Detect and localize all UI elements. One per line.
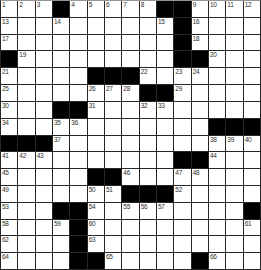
cell-r7c7[interactable] xyxy=(105,102,121,118)
cell-r12c12[interactable] xyxy=(192,186,208,202)
clue-number-11: 11 xyxy=(227,1,233,8)
clue-number-55: 55 xyxy=(123,203,130,210)
cell-r2c1[interactable]: 13 xyxy=(1,18,17,34)
cell-r9c7[interactable] xyxy=(105,136,121,152)
cell-r12c1[interactable]: 49 xyxy=(1,186,17,202)
cell-r15c12[interactable] xyxy=(192,236,208,252)
cell-r6c14[interactable] xyxy=(226,85,242,101)
block-r5c6 xyxy=(88,68,104,84)
block-r13c5 xyxy=(70,203,86,219)
clue-number-65: 65 xyxy=(106,253,113,260)
cell-r4c5[interactable] xyxy=(70,51,86,67)
cell-r14c9[interactable] xyxy=(140,220,156,236)
clue-number-47: 47 xyxy=(175,169,182,176)
cell-r8c3[interactable] xyxy=(36,119,52,135)
clue-number-30: 30 xyxy=(2,102,9,109)
cell-r6c13[interactable] xyxy=(209,85,225,101)
cell-r3c10[interactable] xyxy=(157,35,173,51)
cell-r13c2[interactable] xyxy=(18,203,34,219)
cell-r16c15[interactable] xyxy=(244,253,260,269)
clue-number-52: 52 xyxy=(175,186,182,193)
clue-number-13: 13 xyxy=(2,18,9,25)
block-r16c12 xyxy=(192,253,208,269)
cell-r6c12[interactable] xyxy=(192,85,208,101)
cell-r7c12[interactable] xyxy=(192,102,208,118)
block-r2c11 xyxy=(174,18,190,34)
cell-r8c1[interactable]: 34 xyxy=(1,119,17,135)
block-r11c7 xyxy=(105,169,121,185)
clue-number-31: 31 xyxy=(89,102,96,109)
block-r6c9 xyxy=(140,85,156,101)
cell-r15c13[interactable] xyxy=(209,236,225,252)
clue-number-42: 42 xyxy=(19,152,26,159)
block-r5c7 xyxy=(105,68,121,84)
cell-r3c13[interactable] xyxy=(209,35,225,51)
clue-number-7: 7 xyxy=(123,1,126,8)
cell-r4c4[interactable] xyxy=(53,51,69,67)
cell-r14c1[interactable]: 58 xyxy=(1,220,17,236)
cell-r3c8[interactable] xyxy=(122,35,138,51)
clue-number-18: 18 xyxy=(193,35,200,42)
cell-r13c11[interactable] xyxy=(174,203,190,219)
cell-r14c13[interactable] xyxy=(209,220,225,236)
cell-r7c3[interactable] xyxy=(36,102,52,118)
cell-r3c1[interactable]: 17 xyxy=(1,35,17,51)
cell-r12c2[interactable] xyxy=(18,186,34,202)
block-r1c11 xyxy=(174,1,190,17)
cell-r12c11[interactable]: 52 xyxy=(174,186,190,202)
cell-r2c13[interactable] xyxy=(209,18,225,34)
cell-r14c10[interactable] xyxy=(157,220,173,236)
cell-r10c6[interactable] xyxy=(88,152,104,168)
block-r12c8 xyxy=(122,186,138,202)
cell-r8c8[interactable] xyxy=(122,119,138,135)
cell-r2c7[interactable] xyxy=(105,18,121,34)
cell-r2c10[interactable]: 15 xyxy=(157,18,173,34)
cell-r4c8[interactable] xyxy=(122,51,138,67)
clue-number-17: 17 xyxy=(2,35,9,42)
cell-r1c5[interactable]: 4 xyxy=(70,1,86,17)
block-r1c10 xyxy=(157,1,173,17)
clue-number-22: 22 xyxy=(141,68,148,75)
clue-number-33: 33 xyxy=(158,102,165,109)
cell-r10c3[interactable]: 43 xyxy=(36,152,52,168)
cell-r13c13[interactable] xyxy=(209,203,225,219)
clue-number-3: 3 xyxy=(37,1,40,8)
cell-r14c6[interactable]: 60 xyxy=(88,220,104,236)
clue-number-29: 29 xyxy=(175,85,182,92)
block-r12c10 xyxy=(157,186,173,202)
cell-r16c4[interactable] xyxy=(53,253,69,269)
clue-number-21: 21 xyxy=(2,68,9,75)
cell-r5c4[interactable] xyxy=(53,68,69,84)
cell-r4c15[interactable] xyxy=(244,51,260,67)
clue-number-8: 8 xyxy=(141,1,144,8)
cell-r13c12[interactable] xyxy=(192,203,208,219)
cell-r11c15[interactable] xyxy=(244,169,260,185)
cell-r12c4[interactable] xyxy=(53,186,69,202)
cell-r6c5[interactable] xyxy=(70,85,86,101)
cell-r12c5[interactable] xyxy=(70,186,86,202)
clue-number-6: 6 xyxy=(106,1,109,8)
cell-r13c3[interactable] xyxy=(36,203,52,219)
cell-r15c4[interactable] xyxy=(53,236,69,252)
cell-r2c9[interactable] xyxy=(140,18,156,34)
clue-number-41: 41 xyxy=(2,152,9,159)
cell-r2c5[interactable] xyxy=(70,18,86,34)
cell-r1c12[interactable]: 9 xyxy=(192,1,208,17)
cell-r11c12[interactable]: 48 xyxy=(192,169,208,185)
cell-r9c11[interactable] xyxy=(174,136,190,152)
clue-number-45: 45 xyxy=(2,169,9,176)
cell-r16c13[interactable]: 66 xyxy=(209,253,225,269)
cell-r13c14[interactable] xyxy=(226,203,242,219)
block-r4c1 xyxy=(1,51,17,67)
cell-r8c2[interactable] xyxy=(18,119,34,135)
cell-r11c3[interactable] xyxy=(36,169,52,185)
cell-r15c1[interactable]: 62 xyxy=(1,236,17,252)
clue-number-36: 36 xyxy=(71,119,78,126)
cell-r8c5[interactable]: 36 xyxy=(70,119,86,135)
clue-number-35: 35 xyxy=(54,119,61,126)
cell-r11c2[interactable] xyxy=(18,169,34,185)
cell-r6c3[interactable] xyxy=(36,85,52,101)
cell-r5c1[interactable]: 21 xyxy=(1,68,17,84)
block-r12c9 xyxy=(140,186,156,202)
cell-r2c2[interactable] xyxy=(18,18,34,34)
cell-r10c9[interactable] xyxy=(140,152,156,168)
cell-r1c13[interactable]: 10 xyxy=(209,1,225,17)
cell-r8c12[interactable] xyxy=(192,119,208,135)
block-r9c1 xyxy=(1,136,17,152)
cell-r12c6[interactable]: 50 xyxy=(88,186,104,202)
cell-r13c7[interactable] xyxy=(105,203,121,219)
cell-r5c12[interactable]: 24 xyxy=(192,68,208,84)
cell-r2c6[interactable] xyxy=(88,18,104,34)
cell-r9c13[interactable]: 38 xyxy=(209,136,225,152)
cell-r16c2[interactable] xyxy=(18,253,34,269)
cell-r4c7[interactable] xyxy=(105,51,121,67)
clue-number-26: 26 xyxy=(89,85,96,92)
cell-r1c6[interactable]: 5 xyxy=(88,1,104,17)
cell-r11c4[interactable] xyxy=(53,169,69,185)
clue-number-20: 20 xyxy=(210,51,217,58)
cell-r3c2[interactable] xyxy=(18,35,34,51)
block-r3c11 xyxy=(174,35,190,51)
cell-r15c10[interactable] xyxy=(157,236,173,252)
clue-number-61: 61 xyxy=(245,220,252,227)
cell-r8c9[interactable] xyxy=(140,119,156,135)
block-r10c11 xyxy=(174,152,190,168)
block-r11c6 xyxy=(88,169,104,185)
clue-number-53: 53 xyxy=(2,203,9,210)
clue-number-44: 44 xyxy=(210,152,217,159)
cell-r5c14[interactable] xyxy=(226,68,242,84)
cell-r1c8[interactable]: 7 xyxy=(122,1,138,17)
cell-r10c10[interactable] xyxy=(157,152,173,168)
cell-r9c10[interactable] xyxy=(157,136,173,152)
clue-number-15: 15 xyxy=(158,18,165,25)
cell-r10c4[interactable] xyxy=(53,152,69,168)
cell-r7c13[interactable] xyxy=(209,102,225,118)
cell-r8c7[interactable] xyxy=(105,119,121,135)
cell-r11c5[interactable] xyxy=(70,169,86,185)
cell-r10c1[interactable]: 41 xyxy=(1,152,17,168)
cell-r14c11[interactable] xyxy=(174,220,190,236)
cell-r16c3[interactable] xyxy=(36,253,52,269)
clue-number-50: 50 xyxy=(89,186,96,193)
clue-number-14: 14 xyxy=(54,18,61,25)
cell-r9c15[interactable]: 40 xyxy=(244,136,260,152)
cell-r3c6[interactable] xyxy=(88,35,104,51)
cell-r16c8[interactable] xyxy=(122,253,138,269)
block-r8c15 xyxy=(244,119,260,135)
cell-r3c4[interactable] xyxy=(53,35,69,51)
cell-r11c11[interactable]: 47 xyxy=(174,169,190,185)
cell-r3c3[interactable] xyxy=(36,35,52,51)
cell-r10c13[interactable]: 44 xyxy=(209,152,225,168)
block-r16c6 xyxy=(88,253,104,269)
cell-r1c1[interactable]: 1 xyxy=(1,1,17,17)
block-r1c4 xyxy=(53,1,69,17)
crossword-grid: 1234567891011121314151617181920212223242… xyxy=(0,0,261,270)
clue-number-54: 54 xyxy=(89,203,96,210)
cell-r6c4[interactable] xyxy=(53,85,69,101)
cell-r10c14[interactable] xyxy=(226,152,242,168)
block-r5c8 xyxy=(122,68,138,84)
cell-r1c3[interactable]: 3 xyxy=(36,1,52,17)
block-r15c5 xyxy=(70,236,86,252)
clue-number-57: 57 xyxy=(158,203,165,210)
cell-r14c12[interactable] xyxy=(192,220,208,236)
cell-r10c7[interactable] xyxy=(105,152,121,168)
cell-r3c15[interactable] xyxy=(244,35,260,51)
cell-r16c11[interactable] xyxy=(174,253,190,269)
cell-r15c6[interactable]: 63 xyxy=(88,236,104,252)
cell-r14c4[interactable]: 59 xyxy=(53,220,69,236)
clue-number-34: 34 xyxy=(2,119,9,126)
cell-r1c7[interactable]: 6 xyxy=(105,1,121,17)
clue-number-27: 27 xyxy=(106,85,113,92)
cell-r5c9[interactable]: 22 xyxy=(140,68,156,84)
cell-r11c8[interactable]: 46 xyxy=(122,169,138,185)
cell-r9c12[interactable] xyxy=(192,136,208,152)
cell-r10c5[interactable] xyxy=(70,152,86,168)
cell-r5c11[interactable]: 23 xyxy=(174,68,190,84)
cell-r12c7[interactable]: 51 xyxy=(105,186,121,202)
cell-r13c8[interactable]: 55 xyxy=(122,203,138,219)
cell-r5c5[interactable] xyxy=(70,68,86,84)
cell-r13c6[interactable]: 54 xyxy=(88,203,104,219)
cell-r3c5[interactable] xyxy=(70,35,86,51)
clue-number-59: 59 xyxy=(54,220,61,227)
cell-r14c7[interactable] xyxy=(105,220,121,236)
cell-r9c9[interactable] xyxy=(140,136,156,152)
cell-r12c13[interactable] xyxy=(209,186,225,202)
cell-r5c10[interactable] xyxy=(157,68,173,84)
block-r7c4 xyxy=(53,102,69,118)
cell-r15c3[interactable] xyxy=(36,236,52,252)
clue-number-24: 24 xyxy=(193,68,200,75)
cell-r11c1[interactable]: 45 xyxy=(1,169,17,185)
cell-r3c7[interactable] xyxy=(105,35,121,51)
cell-r1c2[interactable]: 2 xyxy=(18,1,34,17)
cell-r5c2[interactable] xyxy=(18,68,34,84)
clue-number-23: 23 xyxy=(175,68,182,75)
cell-r6c8[interactable]: 28 xyxy=(122,85,138,101)
cell-r4c10[interactable] xyxy=(157,51,173,67)
clue-number-46: 46 xyxy=(123,169,130,176)
clue-number-39: 39 xyxy=(227,136,234,143)
block-r14c5 xyxy=(70,220,86,236)
block-r9c2 xyxy=(18,136,34,152)
cell-r5c13[interactable] xyxy=(209,68,225,84)
cell-r16c9[interactable] xyxy=(140,253,156,269)
cell-r6c7[interactable]: 27 xyxy=(105,85,121,101)
clue-number-49: 49 xyxy=(2,186,9,193)
cell-r14c3[interactable] xyxy=(36,220,52,236)
cell-r7c8[interactable] xyxy=(122,102,138,118)
cell-r7c14[interactable] xyxy=(226,102,242,118)
cell-r15c7[interactable] xyxy=(105,236,121,252)
clue-number-37: 37 xyxy=(54,136,61,143)
cell-r7c10[interactable]: 33 xyxy=(157,102,173,118)
clue-number-1: 1 xyxy=(2,1,5,8)
cell-r16c7[interactable]: 65 xyxy=(105,253,121,269)
cell-r3c14[interactable] xyxy=(226,35,242,51)
clue-number-38: 38 xyxy=(210,136,217,143)
clue-number-64: 64 xyxy=(2,253,9,260)
cell-r6c1[interactable]: 25 xyxy=(1,85,17,101)
cell-r16c1[interactable]: 64 xyxy=(1,253,17,269)
block-r4c12 xyxy=(192,51,208,67)
cell-r15c14[interactable] xyxy=(226,236,242,252)
clue-number-60: 60 xyxy=(89,220,96,227)
cell-r11c13[interactable] xyxy=(209,169,225,185)
clue-number-66: 66 xyxy=(210,253,217,260)
cell-r4c2[interactable]: 19 xyxy=(18,51,34,67)
cell-r13c9[interactable]: 56 xyxy=(140,203,156,219)
cell-r4c6[interactable] xyxy=(88,51,104,67)
cell-r9c8[interactable] xyxy=(122,136,138,152)
cell-r15c2[interactable] xyxy=(18,236,34,252)
cell-r15c15[interactable] xyxy=(244,236,260,252)
cell-r9c6[interactable] xyxy=(88,136,104,152)
block-r13c15 xyxy=(244,203,260,219)
clue-number-28: 28 xyxy=(123,85,130,92)
clue-number-4: 4 xyxy=(71,1,74,8)
cell-r4c14[interactable] xyxy=(226,51,242,67)
cell-r11c10[interactable] xyxy=(157,169,173,185)
cell-r1c14[interactable]: 11 xyxy=(226,1,242,17)
clue-number-16: 16 xyxy=(193,18,200,25)
cell-r2c4[interactable]: 14 xyxy=(53,18,69,34)
cell-r7c9[interactable]: 32 xyxy=(140,102,156,118)
block-r8c14 xyxy=(226,119,242,135)
cell-r2c3[interactable] xyxy=(36,18,52,34)
cell-r12c15[interactable] xyxy=(244,186,260,202)
cell-r9c14[interactable]: 39 xyxy=(226,136,242,152)
cell-r14c15[interactable]: 61 xyxy=(244,220,260,236)
cell-r6c11[interactable]: 29 xyxy=(174,85,190,101)
cell-r15c9[interactable] xyxy=(140,236,156,252)
cell-r16c10[interactable] xyxy=(157,253,173,269)
cell-r13c10[interactable]: 57 xyxy=(157,203,173,219)
cell-r5c15[interactable] xyxy=(244,68,260,84)
cell-r8c6[interactable] xyxy=(88,119,104,135)
cell-r5c3[interactable] xyxy=(36,68,52,84)
clue-number-51: 51 xyxy=(106,186,113,193)
cell-r15c11[interactable] xyxy=(174,236,190,252)
cell-r1c9[interactable]: 8 xyxy=(140,1,156,17)
cell-r14c2[interactable] xyxy=(18,220,34,236)
block-r16c5 xyxy=(70,253,86,269)
cell-r10c8[interactable] xyxy=(122,152,138,168)
cell-r14c8[interactable] xyxy=(122,220,138,236)
cell-r14c14[interactable] xyxy=(226,220,242,236)
cell-r13c1[interactable]: 53 xyxy=(1,203,17,219)
cell-r2c8[interactable] xyxy=(122,18,138,34)
block-r9c3 xyxy=(36,136,52,152)
clue-number-10: 10 xyxy=(210,1,217,8)
block-r10c12 xyxy=(192,152,208,168)
block-r4c11 xyxy=(174,51,190,67)
cell-r7c15[interactable] xyxy=(244,102,260,118)
clue-number-58: 58 xyxy=(2,220,9,227)
cell-r8c10[interactable] xyxy=(157,119,173,135)
cell-r2c14[interactable] xyxy=(226,18,242,34)
cell-r2c12[interactable]: 16 xyxy=(192,18,208,34)
block-r6c10 xyxy=(157,85,173,101)
cell-r8c11[interactable] xyxy=(174,119,190,135)
clue-number-9: 9 xyxy=(193,1,196,8)
cell-r3c12[interactable]: 18 xyxy=(192,35,208,51)
cell-r10c15[interactable] xyxy=(244,152,260,168)
cell-r11c14[interactable] xyxy=(226,169,242,185)
cell-r7c2[interactable] xyxy=(18,102,34,118)
cell-r7c11[interactable] xyxy=(174,102,190,118)
cell-r4c3[interactable] xyxy=(36,51,52,67)
clue-number-63: 63 xyxy=(89,236,96,243)
clue-number-56: 56 xyxy=(141,203,148,210)
cell-r12c3[interactable] xyxy=(36,186,52,202)
cell-r15c8[interactable] xyxy=(122,236,138,252)
cell-r8c4[interactable]: 35 xyxy=(53,119,69,135)
cell-r4c9[interactable] xyxy=(140,51,156,67)
block-r13c4 xyxy=(53,203,69,219)
cell-r6c6[interactable]: 26 xyxy=(88,85,104,101)
cell-r12c14[interactable] xyxy=(226,186,242,202)
clue-number-5: 5 xyxy=(89,1,92,8)
block-r8c13 xyxy=(209,119,225,135)
cell-r1c15[interactable]: 12 xyxy=(244,1,260,17)
cell-r9c5[interactable] xyxy=(70,136,86,152)
clue-number-32: 32 xyxy=(141,102,148,109)
cell-r10c2[interactable]: 42 xyxy=(18,152,34,168)
cell-r11c9[interactable] xyxy=(140,169,156,185)
cell-r4c13[interactable]: 20 xyxy=(209,51,225,67)
cell-r6c2[interactable] xyxy=(18,85,34,101)
cell-r3c9[interactable] xyxy=(140,35,156,51)
cell-r2c15[interactable] xyxy=(244,18,260,34)
clue-number-62: 62 xyxy=(2,236,9,243)
cell-r7c1[interactable]: 30 xyxy=(1,102,17,118)
cell-r16c14[interactable] xyxy=(226,253,242,269)
cell-r9c4[interactable]: 37 xyxy=(53,136,69,152)
cell-r6c15[interactable] xyxy=(244,85,260,101)
cell-r7c6[interactable]: 31 xyxy=(88,102,104,118)
clue-number-2: 2 xyxy=(19,1,22,8)
